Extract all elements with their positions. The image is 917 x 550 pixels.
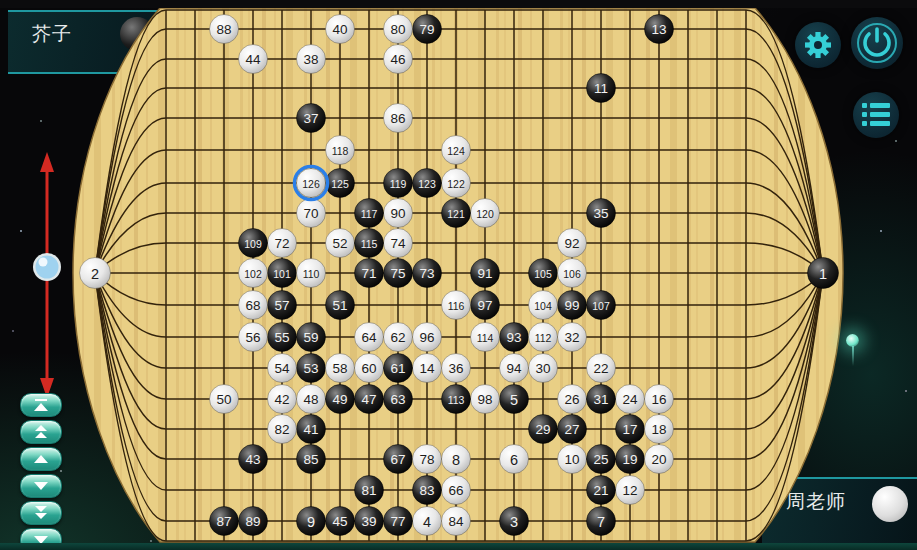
svg-text:117: 117 bbox=[361, 208, 378, 220]
go-to-start-button[interactable] bbox=[20, 393, 62, 417]
svg-text:71: 71 bbox=[361, 266, 376, 281]
stone-91: 91 bbox=[471, 259, 500, 288]
svg-text:68: 68 bbox=[245, 298, 260, 313]
stone-85: 85 bbox=[297, 445, 326, 474]
stone-98: 98 bbox=[471, 385, 500, 414]
stone-44: 44 bbox=[239, 45, 268, 74]
svg-text:1: 1 bbox=[819, 266, 827, 282]
svg-text:41: 41 bbox=[303, 422, 318, 437]
stone-123: 123 bbox=[413, 169, 442, 198]
navigation-buttons bbox=[20, 393, 62, 550]
svg-text:52: 52 bbox=[332, 236, 347, 251]
svg-text:19: 19 bbox=[622, 452, 637, 467]
stone-48: 48 bbox=[297, 385, 326, 414]
move-slider[interactable] bbox=[30, 150, 64, 400]
svg-text:61: 61 bbox=[390, 361, 405, 376]
svg-text:47: 47 bbox=[361, 392, 376, 407]
svg-text:36: 36 bbox=[448, 361, 463, 376]
stone-1: 1 bbox=[808, 258, 839, 289]
svg-text:9: 9 bbox=[307, 514, 315, 530]
stone-42: 42 bbox=[268, 385, 297, 414]
power-button[interactable] bbox=[851, 17, 903, 69]
stone-68: 68 bbox=[239, 291, 268, 320]
stone-74: 74 bbox=[384, 229, 413, 258]
svg-text:11: 11 bbox=[594, 81, 608, 96]
svg-text:45: 45 bbox=[332, 514, 347, 529]
stone-18: 18 bbox=[645, 415, 674, 444]
stone-39: 39 bbox=[355, 507, 384, 536]
svg-text:105: 105 bbox=[534, 268, 552, 280]
svg-text:97: 97 bbox=[477, 298, 492, 313]
stone-30: 30 bbox=[529, 354, 558, 383]
stone-53: 53 bbox=[297, 354, 326, 383]
stone-49: 49 bbox=[326, 385, 355, 414]
svg-text:87: 87 bbox=[216, 514, 231, 529]
stone-115: 115 bbox=[355, 229, 384, 258]
svg-text:32: 32 bbox=[564, 330, 579, 345]
svg-text:44: 44 bbox=[245, 52, 261, 67]
svg-text:6: 6 bbox=[510, 452, 518, 468]
svg-text:84: 84 bbox=[448, 514, 464, 529]
stone-110: 110 bbox=[297, 259, 326, 288]
stone-96: 96 bbox=[413, 323, 442, 352]
stone-3: 3 bbox=[500, 507, 529, 536]
svg-text:53: 53 bbox=[303, 361, 318, 376]
svg-text:106: 106 bbox=[563, 268, 581, 280]
svg-text:13: 13 bbox=[651, 22, 666, 37]
step-forward-button[interactable] bbox=[20, 474, 62, 498]
up-triangle-with-bar-icon bbox=[31, 398, 51, 412]
stone-84: 84 bbox=[442, 507, 471, 536]
svg-text:54: 54 bbox=[274, 361, 290, 376]
stone-105: 105 bbox=[529, 259, 558, 288]
stone-92: 92 bbox=[558, 229, 587, 258]
svg-text:39: 39 bbox=[361, 514, 376, 529]
stone-9: 9 bbox=[297, 507, 326, 536]
svg-text:2: 2 bbox=[91, 266, 99, 282]
stone-54: 54 bbox=[268, 354, 297, 383]
stone-119: 119 bbox=[384, 169, 413, 198]
svg-text:116: 116 bbox=[448, 300, 465, 312]
svg-text:48: 48 bbox=[303, 392, 318, 407]
gear-icon bbox=[801, 28, 835, 62]
svg-text:124: 124 bbox=[447, 145, 465, 157]
stone-82: 82 bbox=[268, 415, 297, 444]
svg-text:22: 22 bbox=[593, 361, 608, 376]
svg-text:120: 120 bbox=[476, 208, 494, 220]
svg-text:81: 81 bbox=[361, 483, 376, 498]
stone-62: 62 bbox=[384, 323, 413, 352]
game-screen: { "app": {"description": "Go (weiqi) gam… bbox=[0, 0, 917, 550]
stone-12: 12 bbox=[616, 476, 645, 505]
stone-21: 21 bbox=[587, 476, 616, 505]
stone-36: 36 bbox=[442, 354, 471, 383]
stone-63: 63 bbox=[384, 385, 413, 414]
up-triangle-icon bbox=[31, 452, 51, 466]
svg-text:79: 79 bbox=[419, 22, 434, 37]
svg-text:99: 99 bbox=[564, 298, 579, 313]
stone-31: 31 bbox=[587, 385, 616, 414]
stone-6: 6 bbox=[500, 445, 529, 474]
stone-64: 64 bbox=[355, 323, 384, 352]
svg-text:118: 118 bbox=[332, 145, 349, 157]
svg-text:58: 58 bbox=[332, 361, 347, 376]
stone-20: 20 bbox=[645, 445, 674, 474]
svg-text:89: 89 bbox=[245, 514, 260, 529]
stone-51: 51 bbox=[326, 291, 355, 320]
svg-text:80: 80 bbox=[390, 22, 405, 37]
svg-text:102: 102 bbox=[244, 268, 262, 280]
stone-8: 8 bbox=[442, 445, 471, 474]
svg-text:16: 16 bbox=[651, 392, 666, 407]
stone-45: 45 bbox=[326, 507, 355, 536]
stone-56: 56 bbox=[239, 323, 268, 352]
stone-78: 78 bbox=[413, 445, 442, 474]
svg-text:77: 77 bbox=[390, 514, 405, 529]
svg-text:78: 78 bbox=[419, 452, 434, 467]
svg-text:82: 82 bbox=[274, 422, 289, 437]
stone-40: 40 bbox=[326, 15, 355, 44]
svg-text:31: 31 bbox=[593, 392, 608, 407]
stone-106: 106 bbox=[558, 259, 587, 288]
svg-text:43: 43 bbox=[245, 452, 260, 467]
stone-73: 73 bbox=[413, 259, 442, 288]
stone-122: 122 bbox=[442, 169, 471, 198]
bottom-letterbox-bar bbox=[0, 543, 917, 550]
svg-text:70: 70 bbox=[303, 206, 318, 221]
stone-47: 47 bbox=[355, 385, 384, 414]
svg-text:3: 3 bbox=[510, 514, 518, 530]
stone-114: 114 bbox=[471, 323, 500, 352]
svg-text:29: 29 bbox=[535, 422, 550, 437]
down-triangle-icon bbox=[31, 479, 51, 493]
svg-text:113: 113 bbox=[448, 394, 465, 406]
double-down-triangle-icon bbox=[31, 506, 51, 520]
svg-text:20: 20 bbox=[651, 452, 666, 467]
stone-17: 17 bbox=[616, 415, 645, 444]
stone-60: 60 bbox=[355, 354, 384, 383]
stone-22: 22 bbox=[587, 354, 616, 383]
step-backward-button[interactable] bbox=[20, 447, 62, 471]
svg-text:30: 30 bbox=[535, 361, 550, 376]
stone-86: 86 bbox=[384, 104, 413, 133]
stone-113: 113 bbox=[442, 385, 471, 414]
stone-43: 43 bbox=[239, 445, 268, 474]
stone-72: 72 bbox=[268, 229, 297, 258]
stone-125: 125 bbox=[326, 169, 355, 198]
svg-text:59: 59 bbox=[303, 330, 318, 345]
stone-94: 94 bbox=[500, 354, 529, 383]
go-board[interactable]: 1234567891011121314161718192021222425262… bbox=[0, 0, 917, 550]
svg-text:24: 24 bbox=[622, 392, 638, 407]
svg-text:67: 67 bbox=[390, 452, 405, 467]
stone-4: 4 bbox=[413, 507, 442, 536]
svg-text:12: 12 bbox=[622, 483, 637, 498]
stone-7: 7 bbox=[587, 507, 616, 536]
svg-text:109: 109 bbox=[244, 238, 262, 250]
svg-text:56: 56 bbox=[245, 330, 260, 345]
fast-forward-button[interactable] bbox=[20, 501, 62, 525]
svg-text:64: 64 bbox=[361, 330, 377, 345]
stone-112: 112 bbox=[529, 323, 558, 352]
svg-text:72: 72 bbox=[274, 236, 289, 251]
svg-text:17: 17 bbox=[622, 422, 637, 437]
stone-52: 52 bbox=[326, 229, 355, 258]
svg-text:63: 63 bbox=[390, 392, 405, 407]
svg-text:62: 62 bbox=[390, 330, 405, 345]
svg-text:27: 27 bbox=[564, 422, 579, 437]
svg-text:112: 112 bbox=[535, 332, 552, 344]
stone-46: 46 bbox=[384, 45, 413, 74]
stone-88: 88 bbox=[210, 15, 239, 44]
stone-67: 67 bbox=[384, 445, 413, 474]
stone-116: 116 bbox=[442, 291, 471, 320]
svg-text:42: 42 bbox=[274, 392, 289, 407]
stone-121: 121 bbox=[442, 199, 471, 228]
svg-text:88: 88 bbox=[216, 22, 231, 37]
svg-text:94: 94 bbox=[506, 361, 522, 376]
svg-text:26: 26 bbox=[564, 392, 579, 407]
stone-32: 32 bbox=[558, 323, 587, 352]
svg-text:98: 98 bbox=[477, 392, 492, 407]
stone-101: 101 bbox=[268, 259, 297, 288]
stone-2: 2 bbox=[80, 258, 111, 289]
svg-text:14: 14 bbox=[419, 361, 435, 376]
stone-70: 70 bbox=[297, 199, 326, 228]
power-icon bbox=[856, 22, 898, 64]
stone-59: 59 bbox=[297, 323, 326, 352]
svg-text:123: 123 bbox=[418, 178, 436, 190]
svg-text:121: 121 bbox=[447, 208, 465, 220]
stone-126: 126 bbox=[295, 167, 328, 200]
stone-10: 10 bbox=[558, 445, 587, 474]
svg-text:119: 119 bbox=[390, 178, 407, 190]
svg-text:38: 38 bbox=[303, 52, 318, 67]
stone-107: 107 bbox=[587, 291, 616, 320]
stone-11: 11 bbox=[587, 74, 616, 103]
stone-58: 58 bbox=[326, 354, 355, 383]
slider-handle-gloss bbox=[39, 258, 48, 267]
svg-text:101: 101 bbox=[273, 268, 291, 280]
stone-87: 87 bbox=[210, 507, 239, 536]
stone-97: 97 bbox=[471, 291, 500, 320]
stone-89: 89 bbox=[239, 507, 268, 536]
svg-text:18: 18 bbox=[651, 422, 666, 437]
svg-text:104: 104 bbox=[534, 300, 552, 312]
svg-text:46: 46 bbox=[390, 52, 405, 67]
svg-text:35: 35 bbox=[593, 206, 608, 221]
stone-75: 75 bbox=[384, 259, 413, 288]
stone-66: 66 bbox=[442, 476, 471, 505]
stone-16: 16 bbox=[645, 385, 674, 414]
svg-text:125: 125 bbox=[331, 178, 349, 190]
svg-text:7: 7 bbox=[597, 514, 605, 530]
stone-80: 80 bbox=[384, 15, 413, 44]
slider-up-arrow bbox=[40, 152, 54, 172]
stone-25: 25 bbox=[587, 445, 616, 474]
stone-57: 57 bbox=[268, 291, 297, 320]
svg-text:55: 55 bbox=[274, 330, 289, 345]
svg-text:49: 49 bbox=[332, 392, 347, 407]
svg-text:107: 107 bbox=[592, 300, 610, 312]
svg-text:60: 60 bbox=[361, 361, 376, 376]
svg-text:10: 10 bbox=[564, 452, 579, 467]
stone-37: 37 bbox=[297, 104, 326, 133]
svg-text:90: 90 bbox=[390, 206, 405, 221]
stone-117: 117 bbox=[355, 199, 384, 228]
stone-35: 35 bbox=[587, 199, 616, 228]
stone-5: 5 bbox=[500, 385, 529, 414]
stone-26: 26 bbox=[558, 385, 587, 414]
svg-text:40: 40 bbox=[332, 22, 347, 37]
svg-text:37: 37 bbox=[303, 111, 318, 126]
svg-text:21: 21 bbox=[593, 483, 608, 498]
svg-text:93: 93 bbox=[506, 330, 521, 345]
fast-backward-button[interactable] bbox=[20, 420, 62, 444]
stone-120: 120 bbox=[471, 199, 500, 228]
stone-79: 79 bbox=[413, 15, 442, 44]
svg-text:91: 91 bbox=[477, 266, 492, 281]
svg-text:25: 25 bbox=[593, 452, 608, 467]
svg-text:115: 115 bbox=[361, 238, 378, 250]
svg-text:50: 50 bbox=[216, 392, 231, 407]
top-letterbox-bar bbox=[0, 0, 917, 8]
list-icon bbox=[861, 101, 891, 129]
svg-text:92: 92 bbox=[564, 236, 579, 251]
svg-text:74: 74 bbox=[390, 236, 406, 251]
stone-41: 41 bbox=[297, 415, 326, 444]
moves-list-button[interactable] bbox=[853, 92, 899, 138]
stone-118: 118 bbox=[326, 136, 355, 165]
stone-14: 14 bbox=[413, 354, 442, 383]
svg-text:96: 96 bbox=[419, 330, 434, 345]
svg-text:66: 66 bbox=[448, 483, 463, 498]
svg-text:57: 57 bbox=[274, 298, 289, 313]
stone-55: 55 bbox=[268, 323, 297, 352]
stone-102: 102 bbox=[239, 259, 268, 288]
svg-text:4: 4 bbox=[423, 514, 431, 530]
stone-38: 38 bbox=[297, 45, 326, 74]
svg-text:110: 110 bbox=[303, 268, 320, 280]
stone-109: 109 bbox=[239, 229, 268, 258]
stone-50: 50 bbox=[210, 385, 239, 414]
stone-93: 93 bbox=[500, 323, 529, 352]
svg-text:5: 5 bbox=[510, 392, 518, 408]
svg-text:114: 114 bbox=[477, 332, 494, 344]
svg-text:83: 83 bbox=[419, 483, 434, 498]
svg-text:8: 8 bbox=[452, 452, 460, 468]
stone-71: 71 bbox=[355, 259, 384, 288]
slider-handle[interactable] bbox=[36, 256, 59, 279]
stone-90: 90 bbox=[384, 199, 413, 228]
stone-99: 99 bbox=[558, 291, 587, 320]
svg-text:75: 75 bbox=[390, 266, 405, 281]
decorative-lamp bbox=[844, 332, 862, 366]
stone-29: 29 bbox=[529, 415, 558, 444]
stone-77: 77 bbox=[384, 507, 413, 536]
svg-text:85: 85 bbox=[303, 452, 318, 467]
svg-text:122: 122 bbox=[447, 178, 465, 190]
double-up-triangle-icon bbox=[31, 425, 51, 439]
svg-text:51: 51 bbox=[332, 298, 347, 313]
stone-13: 13 bbox=[645, 15, 674, 44]
stone-19: 19 bbox=[616, 445, 645, 474]
stone-81: 81 bbox=[355, 476, 384, 505]
stone-24: 24 bbox=[616, 385, 645, 414]
stone-83: 83 bbox=[413, 476, 442, 505]
stone-104: 104 bbox=[529, 291, 558, 320]
settings-button[interactable] bbox=[795, 22, 841, 68]
stone-124: 124 bbox=[442, 136, 471, 165]
stone-27: 27 bbox=[558, 415, 587, 444]
svg-text:73: 73 bbox=[419, 266, 434, 281]
stone-61: 61 bbox=[384, 354, 413, 383]
svg-text:86: 86 bbox=[390, 111, 405, 126]
svg-text:126: 126 bbox=[302, 178, 320, 190]
